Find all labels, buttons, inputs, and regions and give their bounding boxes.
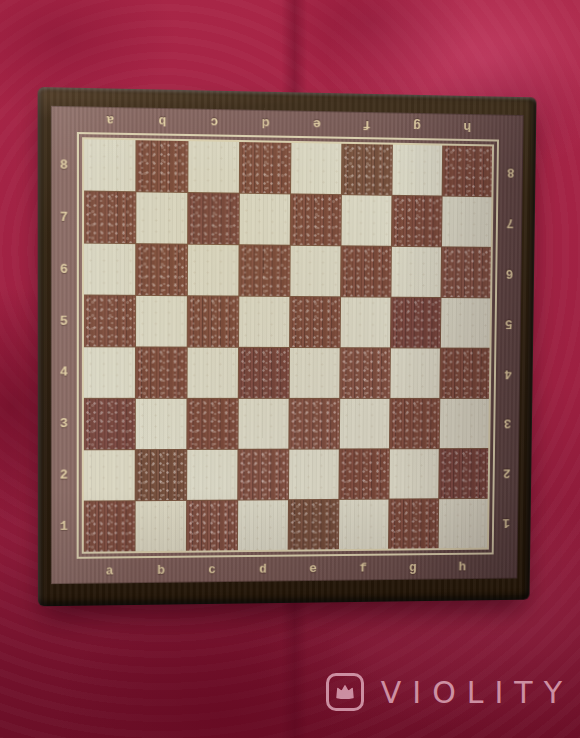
square-b1	[136, 501, 187, 551]
file-labels-bottom: abcdefgh	[84, 555, 487, 584]
rank-label-5: 5	[51, 295, 77, 347]
pinstripe-inner	[82, 137, 494, 554]
square-a2	[84, 450, 135, 500]
square-e1	[289, 500, 339, 550]
rank-label-4: 4	[51, 347, 77, 399]
file-label-h: h	[437, 555, 486, 580]
square-a5	[84, 296, 135, 347]
file-label-g: g	[392, 113, 442, 139]
square-f6	[341, 246, 391, 296]
rank-label-5: 5	[496, 298, 521, 348]
rank-label-8: 8	[498, 147, 523, 198]
square-f7	[341, 195, 391, 246]
rank-label-2: 2	[494, 448, 519, 498]
file-label-h: h	[442, 113, 492, 139]
file-label-g: g	[388, 555, 438, 580]
square-e2	[289, 449, 339, 499]
square-f4	[340, 348, 390, 398]
rank-label-6: 6	[497, 248, 522, 299]
file-label-d: d	[237, 557, 288, 582]
rank-label-3: 3	[495, 398, 520, 448]
square-b5	[136, 296, 187, 347]
rank-label-8: 8	[51, 139, 77, 192]
square-c4	[188, 348, 239, 398]
watermark-text: VIOLITY	[381, 675, 573, 710]
square-e5	[290, 297, 340, 347]
board-coordinate-border: abcdefgh abcdefgh 87654321 87654321	[51, 106, 524, 584]
square-d8	[240, 142, 291, 193]
square-a4	[84, 347, 135, 398]
square-h6	[441, 247, 490, 297]
square-g3	[390, 399, 439, 448]
square-b2	[136, 450, 187, 500]
square-b7	[136, 192, 187, 243]
square-d3	[238, 399, 288, 449]
square-d6	[239, 245, 289, 296]
file-label-b: b	[136, 107, 188, 134]
file-label-a: a	[84, 106, 136, 133]
square-e7	[291, 194, 341, 245]
square-f3	[340, 399, 390, 449]
file-label-f: f	[338, 556, 388, 581]
square-g6	[391, 247, 441, 297]
square-d1	[238, 500, 288, 550]
chess-board-grid	[84, 139, 492, 551]
square-g7	[392, 196, 442, 247]
square-c3	[187, 399, 237, 449]
file-label-d: d	[240, 110, 291, 136]
square-e3	[289, 399, 339, 449]
rank-label-6: 6	[51, 243, 77, 295]
square-c6	[188, 245, 239, 296]
square-h8	[443, 146, 492, 197]
rank-labels-right: 87654321	[494, 147, 523, 548]
square-g2	[389, 449, 438, 498]
square-d7	[240, 194, 290, 245]
square-g1	[389, 499, 438, 548]
square-g5	[391, 298, 441, 348]
square-h7	[442, 197, 491, 247]
file-label-e: e	[291, 111, 342, 137]
square-c2	[187, 450, 237, 500]
square-b3	[136, 399, 187, 449]
chess-board: abcdefgh abcdefgh 87654321 87654321	[38, 87, 537, 606]
square-f2	[339, 449, 389, 499]
rank-label-1: 1	[494, 498, 519, 548]
square-h5	[441, 298, 490, 348]
square-h1	[439, 499, 488, 548]
square-f8	[342, 144, 392, 195]
square-a8	[84, 139, 135, 191]
file-label-b: b	[135, 558, 186, 583]
square-c5	[188, 296, 239, 347]
rank-labels-left: 87654321	[51, 139, 77, 552]
square-c1	[187, 501, 237, 551]
square-f5	[341, 297, 391, 347]
rank-label-1: 1	[51, 501, 77, 552]
square-a1	[84, 501, 135, 551]
board-outer-frame: abcdefgh abcdefgh 87654321 87654321	[38, 87, 537, 606]
square-h2	[439, 449, 488, 498]
rank-label-3: 3	[51, 398, 77, 449]
rank-label-7: 7	[498, 197, 523, 248]
square-e4	[290, 348, 340, 398]
file-label-f: f	[342, 112, 393, 138]
square-a6	[84, 244, 135, 295]
file-label-a: a	[84, 558, 136, 584]
pinstripe-outer	[77, 132, 499, 559]
square-b4	[136, 347, 187, 397]
file-label-c: c	[187, 557, 238, 582]
square-g4	[390, 348, 439, 398]
rank-label-2: 2	[51, 450, 77, 501]
rank-label-7: 7	[51, 191, 77, 243]
square-c8	[188, 141, 239, 193]
square-e6	[290, 246, 340, 297]
rank-label-4: 4	[496, 348, 521, 398]
square-d5	[239, 297, 289, 347]
file-label-c: c	[188, 109, 240, 135]
square-b6	[136, 244, 187, 295]
fabric-background: abcdefgh abcdefgh 87654321 87654321 VIOL…	[0, 0, 580, 738]
square-a7	[84, 192, 135, 244]
violity-watermark: VIOLITY	[326, 673, 562, 711]
square-d4	[239, 348, 289, 398]
square-h4	[440, 349, 489, 398]
square-h3	[440, 399, 489, 448]
square-g8	[392, 145, 442, 196]
square-f1	[339, 500, 388, 550]
file-label-e: e	[288, 556, 338, 581]
square-d2	[238, 450, 288, 500]
crown-icon	[326, 673, 364, 711]
square-c7	[188, 193, 239, 244]
square-b8	[136, 140, 187, 192]
square-e8	[291, 143, 341, 194]
square-a3	[84, 399, 135, 449]
